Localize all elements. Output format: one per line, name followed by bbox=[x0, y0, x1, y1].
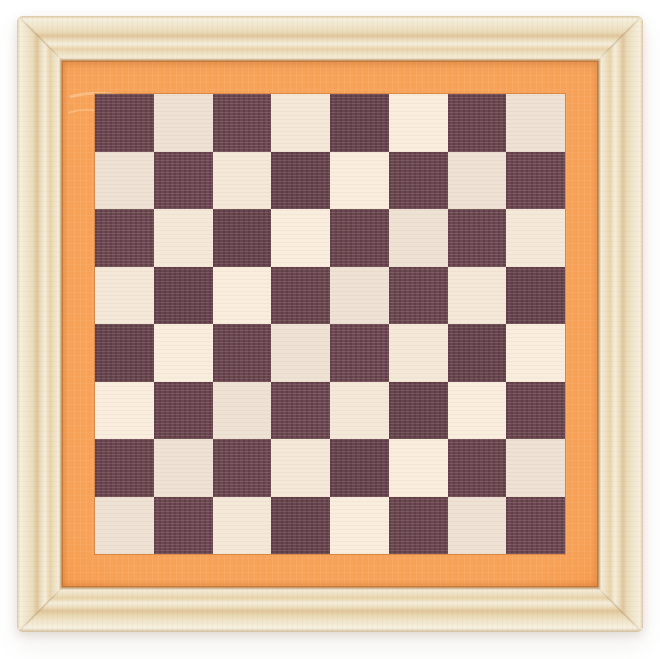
board-square[interactable] bbox=[389, 497, 448, 555]
board-square[interactable] bbox=[506, 267, 565, 325]
board-square[interactable] bbox=[213, 497, 272, 555]
board-square[interactable] bbox=[271, 94, 330, 152]
board-square[interactable] bbox=[506, 382, 565, 440]
board-square[interactable] bbox=[389, 439, 448, 497]
board-square[interactable] bbox=[95, 94, 154, 152]
board-square[interactable] bbox=[330, 324, 389, 382]
board-square[interactable] bbox=[154, 94, 213, 152]
board-square[interactable] bbox=[95, 439, 154, 497]
board-square[interactable] bbox=[506, 152, 565, 210]
checkerboard bbox=[95, 94, 565, 554]
board-square[interactable] bbox=[389, 324, 448, 382]
board-square[interactable] bbox=[448, 267, 507, 325]
board-square[interactable] bbox=[271, 497, 330, 555]
board-square[interactable] bbox=[448, 324, 507, 382]
board-square[interactable] bbox=[213, 94, 272, 152]
miter-seam bbox=[596, 16, 643, 62]
board-square[interactable] bbox=[448, 497, 507, 555]
board-square[interactable] bbox=[448, 94, 507, 152]
board-square[interactable] bbox=[213, 439, 272, 497]
board-square[interactable] bbox=[154, 209, 213, 267]
board-square[interactable] bbox=[448, 209, 507, 267]
board-square[interactable] bbox=[506, 209, 565, 267]
board-square[interactable] bbox=[389, 94, 448, 152]
board-square[interactable] bbox=[95, 152, 154, 210]
frame-left bbox=[17, 16, 62, 632]
board-square[interactable] bbox=[389, 382, 448, 440]
board-square[interactable] bbox=[389, 209, 448, 267]
frame-right bbox=[598, 16, 643, 632]
board-square[interactable] bbox=[330, 209, 389, 267]
wooden-board bbox=[17, 16, 643, 632]
board-square[interactable] bbox=[213, 209, 272, 267]
board-square[interactable] bbox=[330, 382, 389, 440]
board-square[interactable] bbox=[271, 324, 330, 382]
board-square[interactable] bbox=[330, 152, 389, 210]
miter-seam bbox=[17, 16, 64, 62]
board-square[interactable] bbox=[271, 267, 330, 325]
board-square[interactable] bbox=[154, 324, 213, 382]
board-square[interactable] bbox=[448, 439, 507, 497]
board-square[interactable] bbox=[271, 439, 330, 497]
board-square[interactable] bbox=[213, 382, 272, 440]
board-square[interactable] bbox=[506, 497, 565, 555]
board-square[interactable] bbox=[506, 94, 565, 152]
board-square[interactable] bbox=[506, 324, 565, 382]
photo-background bbox=[0, 0, 660, 659]
board-square[interactable] bbox=[330, 439, 389, 497]
board-square[interactable] bbox=[330, 267, 389, 325]
board-square[interactable] bbox=[330, 497, 389, 555]
board-square[interactable] bbox=[448, 382, 507, 440]
board-square[interactable] bbox=[95, 497, 154, 555]
board-square[interactable] bbox=[95, 382, 154, 440]
board-square[interactable] bbox=[95, 324, 154, 382]
board-square[interactable] bbox=[271, 209, 330, 267]
board-square[interactable] bbox=[389, 152, 448, 210]
board-square[interactable] bbox=[213, 267, 272, 325]
board-square[interactable] bbox=[213, 152, 272, 210]
board-square[interactable] bbox=[154, 439, 213, 497]
frame-bottom bbox=[17, 587, 643, 632]
board-square[interactable] bbox=[271, 382, 330, 440]
board-square[interactable] bbox=[448, 152, 507, 210]
board-square[interactable] bbox=[95, 267, 154, 325]
board-square[interactable] bbox=[271, 152, 330, 210]
board-square[interactable] bbox=[506, 439, 565, 497]
board-square[interactable] bbox=[95, 209, 154, 267]
board-square[interactable] bbox=[154, 267, 213, 325]
miter-seam bbox=[596, 586, 643, 632]
board-square[interactable] bbox=[389, 267, 448, 325]
board-square[interactable] bbox=[330, 94, 389, 152]
miter-seam bbox=[17, 586, 64, 632]
board-square[interactable] bbox=[154, 382, 213, 440]
board-square[interactable] bbox=[213, 324, 272, 382]
board-square[interactable] bbox=[154, 497, 213, 555]
frame-top bbox=[17, 16, 643, 61]
board-square[interactable] bbox=[154, 152, 213, 210]
